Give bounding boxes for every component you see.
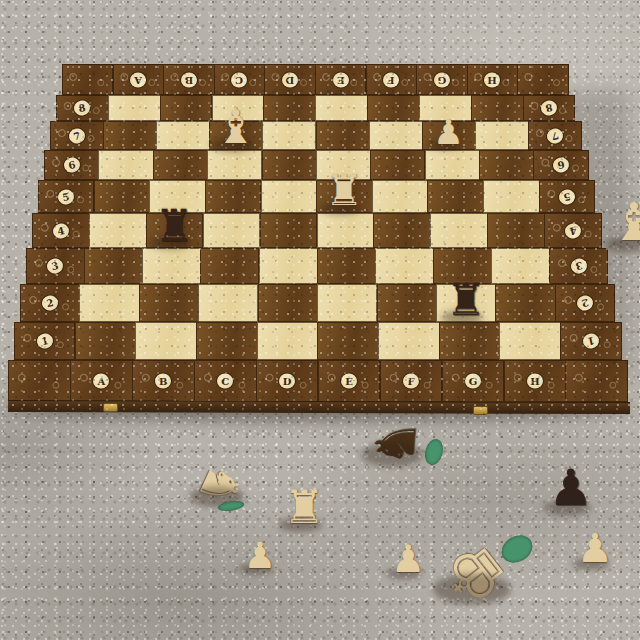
square-a1[interactable]	[75, 322, 136, 360]
captured-piece-white-pawn[interactable]: ♟	[244, 539, 276, 572]
file-label: B	[155, 374, 171, 389]
board-border-cell: H	[467, 64, 518, 95]
square-d8[interactable]	[263, 95, 316, 121]
square-a2[interactable]	[79, 284, 139, 322]
square-f5[interactable]	[372, 180, 428, 213]
board-border-cell: B	[132, 360, 195, 402]
rank-label: 3	[46, 257, 65, 275]
captured-piece-white-pawn[interactable]: ♟	[391, 542, 425, 577]
coordinate-text: H	[530, 376, 539, 386]
square-f4[interactable]	[373, 213, 431, 248]
square-b1[interactable]	[135, 322, 196, 360]
coordinate-text: 3	[51, 260, 60, 271]
coordinate-text: 5	[563, 191, 572, 202]
piece-white-rook-e5[interactable]: ♜	[325, 172, 363, 211]
square-e7[interactable]	[316, 121, 370, 150]
file-label: B	[181, 72, 197, 87]
board-border-cell: 4	[544, 213, 602, 248]
board-border-cell	[62, 64, 113, 95]
square-f7[interactable]	[369, 121, 423, 150]
file-label: E	[333, 72, 349, 87]
coordinate-text: B	[159, 376, 167, 386]
board-border-cell	[517, 64, 568, 95]
coordinate-text: 5	[62, 191, 71, 202]
rank-label: 5	[558, 188, 577, 206]
piece-black-rook-g2[interactable]: ♜	[445, 279, 485, 320]
board-border-cell: 5	[539, 180, 595, 213]
square-g1[interactable]	[439, 322, 500, 360]
square-b2[interactable]	[139, 284, 199, 322]
coordinate-text: D	[286, 75, 295, 85]
coordinate-text: G	[469, 376, 478, 386]
board-border-cell: D	[256, 360, 319, 402]
file-label: D	[282, 72, 298, 87]
square-h2[interactable]	[495, 284, 555, 322]
rank-label: 1	[581, 332, 600, 350]
file-label: F	[403, 374, 419, 389]
file-label: G	[434, 72, 450, 87]
board-border-cell: 8	[56, 95, 109, 121]
square-a6[interactable]	[98, 150, 153, 180]
board-border-cell: C	[214, 64, 265, 95]
coordinate-text: B	[185, 75, 193, 85]
rank-label: 3	[570, 257, 589, 275]
file-label: H	[484, 72, 500, 87]
file-label: A	[130, 72, 146, 87]
square-d2[interactable]	[258, 284, 318, 322]
board-border-cell: 1	[14, 322, 75, 360]
piece-black-rook-b4[interactable]: ♜	[155, 206, 194, 246]
coordinate-text: 8	[78, 102, 87, 113]
square-a3[interactable]	[84, 248, 143, 284]
board-front-edge	[8, 400, 630, 414]
brass-hinge	[474, 407, 487, 414]
coordinate-text: C	[236, 75, 244, 85]
rank-label: 6	[552, 156, 571, 174]
coordinate-text: G	[438, 75, 447, 85]
square-d6[interactable]	[262, 150, 317, 180]
square-f1[interactable]	[378, 322, 439, 360]
square-h3[interactable]	[491, 248, 550, 284]
square-h7[interactable]	[475, 121, 529, 150]
square-h8[interactable]	[471, 95, 524, 121]
rank-label: 1	[35, 332, 54, 350]
coordinate-text: C	[221, 376, 229, 386]
coordinate-text: 6	[67, 159, 76, 170]
board-border-cell: A	[113, 64, 164, 95]
rank-label: 7	[68, 127, 87, 145]
square-b3[interactable]	[142, 248, 201, 284]
square-e2[interactable]	[317, 284, 377, 322]
board-border-cell: A	[70, 360, 133, 402]
board-border-cell: 4	[32, 213, 90, 248]
square-c4[interactable]	[203, 213, 261, 248]
coordinate-text: F	[388, 75, 395, 85]
coordinate-text: 1	[40, 335, 49, 346]
captured-piece-black-pawn[interactable]: ♟	[549, 465, 594, 511]
square-d7[interactable]	[262, 121, 316, 150]
square-a7[interactable]	[103, 121, 157, 150]
square-g5[interactable]	[427, 180, 483, 213]
board-border-cell: 2	[555, 284, 615, 322]
coordinate-text: 2	[580, 297, 589, 308]
coordinate-text: D	[283, 376, 292, 386]
piece-white-pawn-g7[interactable]: ♟	[433, 117, 463, 148]
captured-piece-white-rook[interactable]: ♜	[283, 486, 324, 528]
coordinate-text: 4	[568, 225, 577, 236]
coordinate-text: H	[488, 75, 497, 85]
board-border-cell	[8, 360, 71, 402]
board-border-cell: C	[194, 360, 257, 402]
board-border-cell: 7	[528, 121, 582, 150]
coordinate-text: A	[134, 75, 142, 85]
square-a8[interactable]	[108, 95, 161, 121]
file-label: F	[383, 72, 399, 87]
coordinate-text: F	[407, 376, 414, 386]
rank-label: 8	[540, 99, 559, 117]
rank-label: 2	[575, 294, 594, 312]
rank-label: 4	[564, 222, 583, 240]
board-border-cell: 3	[549, 248, 608, 284]
coordinate-text: 4	[56, 225, 65, 236]
board-border-cell: G	[442, 360, 505, 402]
square-d1[interactable]	[257, 322, 318, 360]
file-label: C	[231, 72, 247, 87]
rank-label: 4	[51, 222, 70, 240]
board-border-cell: F	[366, 64, 417, 95]
piece-shadow	[433, 574, 511, 605]
coordinate-text: E	[337, 75, 345, 85]
square-f6[interactable]	[370, 150, 425, 180]
square-b6[interactable]	[153, 150, 208, 180]
board-border-cell: 1	[560, 322, 621, 360]
board-border-cell: E	[315, 64, 366, 95]
square-f2[interactable]	[377, 284, 437, 322]
coordinate-text: 2	[46, 297, 55, 308]
square-e3[interactable]	[317, 248, 376, 284]
board-border-cell: G	[416, 64, 467, 95]
square-h6[interactable]	[479, 150, 534, 180]
board-border-cell: D	[264, 64, 315, 95]
board-border-cell: E	[318, 360, 381, 402]
coordinate-text: A	[97, 376, 105, 386]
rank-label: 8	[73, 99, 92, 117]
board-border-cell	[565, 360, 628, 402]
coordinate-text: 7	[73, 130, 82, 141]
board-border-cell: 7	[50, 121, 104, 150]
rank-label: 7	[546, 127, 565, 145]
board-border-cell: 2	[20, 284, 80, 322]
square-c5[interactable]	[205, 180, 261, 213]
coordinate-text: 1	[586, 335, 595, 346]
square-b7[interactable]	[156, 121, 210, 150]
square-d3[interactable]	[259, 248, 318, 284]
board-border-cell: F	[380, 360, 443, 402]
coordinate-text: 6	[557, 159, 566, 170]
board-border-cell: H	[504, 360, 567, 402]
file-label: A	[93, 374, 109, 389]
board-border-cell: 8	[523, 95, 576, 121]
file-label: G	[465, 374, 481, 389]
square-c6[interactable]	[207, 150, 262, 180]
piece-white-bishop-c7[interactable]: ♝	[215, 106, 256, 148]
square-b8[interactable]	[160, 95, 213, 121]
board-border-cell: 5	[38, 180, 94, 213]
board-border-cell: 6	[44, 150, 99, 180]
captured-piece-white-pawn[interactable]: ♟	[577, 530, 613, 567]
chess-photo-scene: ABCDEFGH8877665544332211ABCDEFGH ♝♟♜♜♜♞♞…	[0, 0, 640, 640]
square-a5[interactable]	[94, 180, 150, 213]
coordinate-text: 7	[551, 130, 560, 141]
square-e4[interactable]	[317, 213, 375, 248]
coordinate-text: 8	[545, 102, 554, 113]
square-d5[interactable]	[261, 180, 317, 213]
square-g4[interactable]	[430, 213, 488, 248]
coordinate-text: 3	[574, 260, 583, 271]
square-c3[interactable]	[200, 248, 259, 284]
square-c1[interactable]	[196, 322, 257, 360]
file-label: H	[527, 374, 543, 389]
rank-label: 2	[41, 294, 60, 312]
board-border-cell: B	[163, 64, 214, 95]
square-f3[interactable]	[375, 248, 434, 284]
square-g6[interactable]	[425, 150, 480, 180]
square-h5[interactable]	[483, 180, 539, 213]
board-border-cell: 6	[533, 150, 588, 180]
square-e8[interactable]	[315, 95, 368, 121]
square-a4[interactable]	[89, 213, 147, 248]
file-label: D	[279, 374, 295, 389]
brass-hinge	[104, 404, 117, 411]
rank-label: 5	[57, 188, 76, 206]
file-label: C	[217, 374, 233, 389]
square-f8[interactable]	[367, 95, 420, 121]
square-h4[interactable]	[487, 213, 545, 248]
square-d4[interactable]	[260, 213, 318, 248]
captured-piece-white-bishop[interactable]: ♝	[611, 199, 640, 247]
rank-label: 6	[62, 156, 81, 174]
square-e1[interactable]	[317, 322, 378, 360]
file-label: E	[341, 374, 357, 389]
board-border-cell: 3	[26, 248, 85, 284]
square-c2[interactable]	[198, 284, 258, 322]
square-h1[interactable]	[499, 322, 560, 360]
coordinate-text: E	[345, 376, 353, 386]
